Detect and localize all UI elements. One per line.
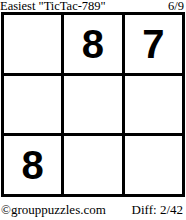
difficulty-text: Diff: 2/42 [132,202,183,217]
footer: ©grouppuzzles.com Diff: 2/42 [0,202,186,220]
puzzle-page: Easiest "TicTac-789" 6/9 8 7 8 ©grouppuz… [0,0,186,220]
cell-r1c2: 8 [64,15,121,73]
header: Easiest "TicTac-789" 6/9 [0,0,186,12]
cell-r2c2[interactable] [64,76,121,134]
copyright-text: ©grouppuzzles.com [1,202,106,217]
cell-r3c2[interactable] [64,136,121,194]
page-title: Easiest "TicTac-789" [0,0,106,12]
cell-r3c3[interactable] [125,136,182,194]
cell-r2c1[interactable] [4,76,61,134]
given-counter: 6/9 [168,0,184,12]
tictac-board: 8 7 8 [1,12,185,197]
cell-r2c3[interactable] [125,76,182,134]
cell-r3c1: 8 [4,136,61,194]
cell-r1c3: 7 [125,15,182,73]
cell-r1c1[interactable] [4,15,61,73]
